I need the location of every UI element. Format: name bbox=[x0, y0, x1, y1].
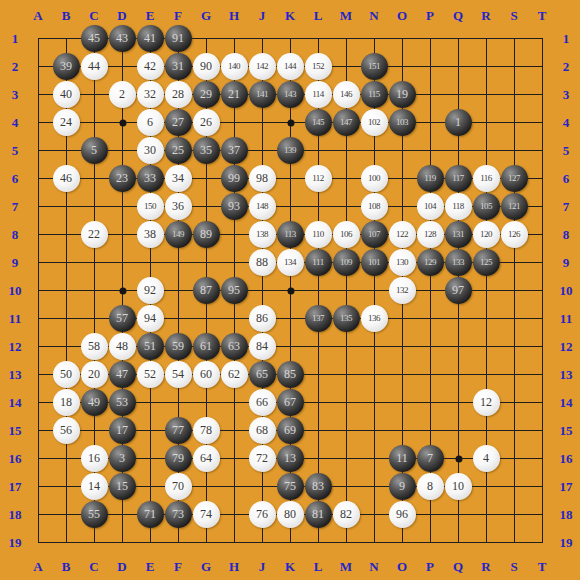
column-label-top-p: P bbox=[426, 9, 434, 22]
stone-g16: 64 bbox=[193, 445, 220, 472]
stone-g8: 89 bbox=[193, 221, 220, 248]
stone-b6: 46 bbox=[53, 165, 80, 192]
stone-m3: 146 bbox=[333, 81, 360, 108]
row-label-right-3: 3 bbox=[563, 88, 570, 101]
stone-h5: 37 bbox=[221, 137, 248, 164]
stone-b13: 50 bbox=[53, 361, 80, 388]
stone-g15: 78 bbox=[193, 417, 220, 444]
row-label-left-15: 15 bbox=[9, 424, 22, 437]
stone-n4: 102 bbox=[361, 109, 388, 136]
row-label-right-5: 5 bbox=[563, 144, 570, 157]
row-label-right-14: 14 bbox=[560, 396, 573, 409]
stone-m4: 147 bbox=[333, 109, 360, 136]
stone-h6: 99 bbox=[221, 165, 248, 192]
row-label-left-12: 12 bbox=[9, 340, 22, 353]
row-label-left-6: 6 bbox=[12, 172, 19, 185]
row-label-left-17: 17 bbox=[9, 480, 22, 493]
stone-f13: 54 bbox=[165, 361, 192, 388]
stone-j14: 66 bbox=[249, 389, 276, 416]
row-label-left-14: 14 bbox=[9, 396, 22, 409]
stone-b2: 39 bbox=[53, 53, 80, 80]
column-label-bottom-q: Q bbox=[453, 560, 463, 573]
column-label-bottom-g: G bbox=[201, 560, 211, 573]
column-label-bottom-e: E bbox=[146, 560, 155, 573]
row-label-left-1: 1 bbox=[12, 32, 19, 45]
stone-c14: 49 bbox=[81, 389, 108, 416]
stone-e6: 33 bbox=[137, 165, 164, 192]
stone-d17: 15 bbox=[109, 473, 136, 500]
stone-p16: 7 bbox=[417, 445, 444, 472]
row-label-right-11: 11 bbox=[560, 312, 572, 325]
stone-g13: 60 bbox=[193, 361, 220, 388]
stone-d15: 17 bbox=[109, 417, 136, 444]
row-label-left-11: 11 bbox=[9, 312, 21, 325]
stone-f7: 36 bbox=[165, 193, 192, 220]
stone-o8: 122 bbox=[389, 221, 416, 248]
stone-q8: 131 bbox=[445, 221, 472, 248]
stone-r9: 125 bbox=[473, 249, 500, 276]
stone-q4: 1 bbox=[445, 109, 472, 136]
stone-g12: 61 bbox=[193, 333, 220, 360]
column-label-bottom-a: A bbox=[33, 560, 42, 573]
column-label-top-k: K bbox=[285, 9, 295, 22]
column-label-top-h: H bbox=[229, 9, 239, 22]
stone-k16: 13 bbox=[277, 445, 304, 472]
stone-k9: 134 bbox=[277, 249, 304, 276]
stone-j3: 141 bbox=[249, 81, 276, 108]
column-label-bottom-k: K bbox=[285, 560, 295, 573]
stone-l3: 114 bbox=[305, 81, 332, 108]
stone-o9: 130 bbox=[389, 249, 416, 276]
column-label-top-e: E bbox=[146, 9, 155, 22]
stone-l17: 83 bbox=[305, 473, 332, 500]
stone-f2: 31 bbox=[165, 53, 192, 80]
row-label-right-17: 17 bbox=[560, 480, 573, 493]
stone-p17: 8 bbox=[417, 473, 444, 500]
stone-c12: 58 bbox=[81, 333, 108, 360]
stone-o4: 103 bbox=[389, 109, 416, 136]
stone-f1: 91 bbox=[165, 25, 192, 52]
stone-k2: 144 bbox=[277, 53, 304, 80]
column-label-top-r: R bbox=[481, 9, 490, 22]
stone-e11: 94 bbox=[137, 305, 164, 332]
stone-q7: 118 bbox=[445, 193, 472, 220]
column-label-top-o: O bbox=[397, 9, 407, 22]
column-label-bottom-n: N bbox=[369, 560, 378, 573]
stone-d1: 43 bbox=[109, 25, 136, 52]
stone-r7: 105 bbox=[473, 193, 500, 220]
stone-n6: 100 bbox=[361, 165, 388, 192]
column-label-top-l: L bbox=[314, 9, 323, 22]
stone-l2: 152 bbox=[305, 53, 332, 80]
column-label-bottom-m: M bbox=[340, 560, 352, 573]
column-label-bottom-h: H bbox=[229, 560, 239, 573]
stone-k17: 75 bbox=[277, 473, 304, 500]
stone-g5: 35 bbox=[193, 137, 220, 164]
row-label-right-12: 12 bbox=[560, 340, 573, 353]
stone-r6: 116 bbox=[473, 165, 500, 192]
stone-f15: 77 bbox=[165, 417, 192, 444]
column-label-top-s: S bbox=[510, 9, 517, 22]
stone-d6: 23 bbox=[109, 165, 136, 192]
row-label-left-19: 19 bbox=[9, 536, 22, 549]
row-label-left-8: 8 bbox=[12, 228, 19, 241]
row-label-right-19: 19 bbox=[560, 536, 573, 549]
stone-g18: 74 bbox=[193, 501, 220, 528]
stone-e4: 6 bbox=[137, 109, 164, 136]
stone-q17: 10 bbox=[445, 473, 472, 500]
stone-j11: 86 bbox=[249, 305, 276, 332]
stone-g2: 90 bbox=[193, 53, 220, 80]
row-label-left-2: 2 bbox=[12, 60, 19, 73]
column-label-top-f: F bbox=[174, 9, 182, 22]
row-label-right-8: 8 bbox=[563, 228, 570, 241]
row-label-right-6: 6 bbox=[563, 172, 570, 185]
stone-j13: 65 bbox=[249, 361, 276, 388]
stones-layer: 4543419139444231901401421441521514023228… bbox=[24, 24, 556, 556]
column-label-bottom-p: P bbox=[426, 560, 434, 573]
stone-f4: 27 bbox=[165, 109, 192, 136]
stone-e10: 92 bbox=[137, 277, 164, 304]
stone-f8: 149 bbox=[165, 221, 192, 248]
stone-l9: 111 bbox=[305, 249, 332, 276]
stone-r8: 120 bbox=[473, 221, 500, 248]
stone-l4: 145 bbox=[305, 109, 332, 136]
stone-g4: 26 bbox=[193, 109, 220, 136]
stone-e5: 30 bbox=[137, 137, 164, 164]
stone-h10: 95 bbox=[221, 277, 248, 304]
stone-r16: 4 bbox=[473, 445, 500, 472]
row-label-right-15: 15 bbox=[560, 424, 573, 437]
row-label-left-10: 10 bbox=[9, 284, 22, 297]
stone-e3: 32 bbox=[137, 81, 164, 108]
row-label-left-4: 4 bbox=[12, 116, 19, 129]
stone-g3: 29 bbox=[193, 81, 220, 108]
stone-h3: 21 bbox=[221, 81, 248, 108]
stone-j8: 138 bbox=[249, 221, 276, 248]
stone-c16: 16 bbox=[81, 445, 108, 472]
stone-h12: 63 bbox=[221, 333, 248, 360]
stone-m18: 82 bbox=[333, 501, 360, 528]
stone-j9: 88 bbox=[249, 249, 276, 276]
column-label-bottom-f: F bbox=[174, 560, 182, 573]
row-label-right-7: 7 bbox=[563, 200, 570, 213]
column-label-bottom-c: C bbox=[89, 560, 98, 573]
row-label-left-3: 3 bbox=[12, 88, 19, 101]
stone-p7: 104 bbox=[417, 193, 444, 220]
stone-j16: 72 bbox=[249, 445, 276, 472]
stone-j12: 84 bbox=[249, 333, 276, 360]
column-label-bottom-d: D bbox=[117, 560, 126, 573]
stone-l6: 112 bbox=[305, 165, 332, 192]
stone-c13: 20 bbox=[81, 361, 108, 388]
stone-e1: 41 bbox=[137, 25, 164, 52]
column-label-top-q: Q bbox=[453, 9, 463, 22]
row-label-right-1: 1 bbox=[563, 32, 570, 45]
stone-e2: 42 bbox=[137, 53, 164, 80]
column-label-bottom-b: B bbox=[62, 560, 71, 573]
stone-q6: 117 bbox=[445, 165, 472, 192]
stone-g10: 87 bbox=[193, 277, 220, 304]
row-label-right-16: 16 bbox=[560, 452, 573, 465]
row-label-left-5: 5 bbox=[12, 144, 19, 157]
stone-e18: 71 bbox=[137, 501, 164, 528]
row-label-left-9: 9 bbox=[12, 256, 19, 269]
stone-f12: 59 bbox=[165, 333, 192, 360]
stone-f3: 28 bbox=[165, 81, 192, 108]
row-label-right-9: 9 bbox=[563, 256, 570, 269]
stone-m11: 135 bbox=[333, 305, 360, 332]
stone-j15: 68 bbox=[249, 417, 276, 444]
stone-k8: 113 bbox=[277, 221, 304, 248]
stone-c8: 22 bbox=[81, 221, 108, 248]
stone-f5: 25 bbox=[165, 137, 192, 164]
stone-b14: 18 bbox=[53, 389, 80, 416]
stone-c2: 44 bbox=[81, 53, 108, 80]
stone-e12: 51 bbox=[137, 333, 164, 360]
stone-k13: 85 bbox=[277, 361, 304, 388]
stone-d16: 3 bbox=[109, 445, 136, 472]
stone-j7: 148 bbox=[249, 193, 276, 220]
stone-k5: 139 bbox=[277, 137, 304, 164]
stone-n11: 136 bbox=[361, 305, 388, 332]
column-label-top-t: T bbox=[538, 9, 547, 22]
column-label-top-j: J bbox=[259, 9, 266, 22]
stone-h13: 62 bbox=[221, 361, 248, 388]
stone-o16: 11 bbox=[389, 445, 416, 472]
stone-q10: 97 bbox=[445, 277, 472, 304]
row-label-right-2: 2 bbox=[563, 60, 570, 73]
stone-e7: 150 bbox=[137, 193, 164, 220]
stone-b15: 56 bbox=[53, 417, 80, 444]
row-label-left-13: 13 bbox=[9, 368, 22, 381]
stone-m9: 109 bbox=[333, 249, 360, 276]
row-label-right-13: 13 bbox=[560, 368, 573, 381]
stone-n9: 101 bbox=[361, 249, 388, 276]
stone-n7: 108 bbox=[361, 193, 388, 220]
stone-l11: 137 bbox=[305, 305, 332, 332]
stone-e13: 52 bbox=[137, 361, 164, 388]
stone-d14: 53 bbox=[109, 389, 136, 416]
stone-n3: 115 bbox=[361, 81, 388, 108]
stone-d13: 47 bbox=[109, 361, 136, 388]
stone-p8: 128 bbox=[417, 221, 444, 248]
stone-p6: 119 bbox=[417, 165, 444, 192]
stone-f17: 70 bbox=[165, 473, 192, 500]
stone-q9: 133 bbox=[445, 249, 472, 276]
stone-c5: 5 bbox=[81, 137, 108, 164]
stone-c17: 14 bbox=[81, 473, 108, 500]
stone-k14: 67 bbox=[277, 389, 304, 416]
stone-j18: 76 bbox=[249, 501, 276, 528]
stone-f18: 73 bbox=[165, 501, 192, 528]
row-label-left-18: 18 bbox=[9, 508, 22, 521]
stone-n8: 107 bbox=[361, 221, 388, 248]
stone-j6: 98 bbox=[249, 165, 276, 192]
stone-n2: 151 bbox=[361, 53, 388, 80]
stone-p9: 129 bbox=[417, 249, 444, 276]
column-label-top-d: D bbox=[117, 9, 126, 22]
go-board[interactable]: AABBCCDDEEFFGGHHJJKKLLMMNNOOPPQQRRSSTT11… bbox=[0, 0, 580, 580]
column-label-bottom-l: L bbox=[314, 560, 323, 573]
column-label-top-c: C bbox=[89, 9, 98, 22]
stone-d3: 2 bbox=[109, 81, 136, 108]
row-label-right-10: 10 bbox=[560, 284, 573, 297]
column-label-bottom-s: S bbox=[510, 560, 517, 573]
stone-k3: 143 bbox=[277, 81, 304, 108]
stone-k18: 80 bbox=[277, 501, 304, 528]
stone-s6: 127 bbox=[501, 165, 528, 192]
column-label-bottom-o: O bbox=[397, 560, 407, 573]
stone-f6: 34 bbox=[165, 165, 192, 192]
column-label-top-g: G bbox=[201, 9, 211, 22]
stone-o10: 132 bbox=[389, 277, 416, 304]
row-label-left-16: 16 bbox=[9, 452, 22, 465]
stone-d11: 57 bbox=[109, 305, 136, 332]
stone-h7: 93 bbox=[221, 193, 248, 220]
stone-s8: 126 bbox=[501, 221, 528, 248]
stone-k15: 69 bbox=[277, 417, 304, 444]
column-label-top-a: A bbox=[33, 9, 42, 22]
row-label-left-7: 7 bbox=[12, 200, 19, 213]
stone-h2: 140 bbox=[221, 53, 248, 80]
column-label-top-m: M bbox=[340, 9, 352, 22]
stone-l18: 81 bbox=[305, 501, 332, 528]
column-label-bottom-r: R bbox=[481, 560, 490, 573]
stone-o18: 96 bbox=[389, 501, 416, 528]
column-label-top-n: N bbox=[369, 9, 378, 22]
stone-m8: 106 bbox=[333, 221, 360, 248]
column-label-bottom-j: J bbox=[259, 560, 266, 573]
stone-b4: 24 bbox=[53, 109, 80, 136]
stone-l8: 110 bbox=[305, 221, 332, 248]
stone-c1: 45 bbox=[81, 25, 108, 52]
stone-f16: 79 bbox=[165, 445, 192, 472]
stone-e8: 38 bbox=[137, 221, 164, 248]
stone-o3: 19 bbox=[389, 81, 416, 108]
stone-j2: 142 bbox=[249, 53, 276, 80]
stone-d12: 48 bbox=[109, 333, 136, 360]
column-label-bottom-t: T bbox=[538, 560, 547, 573]
stone-o17: 9 bbox=[389, 473, 416, 500]
stone-s7: 121 bbox=[501, 193, 528, 220]
row-label-right-18: 18 bbox=[560, 508, 573, 521]
column-label-top-b: B bbox=[62, 9, 71, 22]
stone-r14: 12 bbox=[473, 389, 500, 416]
stone-b3: 40 bbox=[53, 81, 80, 108]
stone-c18: 55 bbox=[81, 501, 108, 528]
row-label-right-4: 4 bbox=[563, 116, 570, 129]
